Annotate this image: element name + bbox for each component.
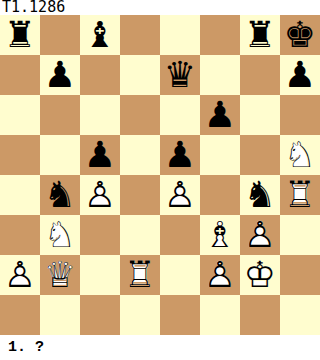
square-b8[interactable] — [40, 15, 80, 55]
piece-white-pawn[interactable]: ♙ — [160, 175, 200, 215]
square-d4[interactable] — [120, 175, 160, 215]
piece-white-knight[interactable]: ♘ — [280, 135, 320, 175]
square-f2[interactable]: ♟♙ — [200, 255, 240, 295]
square-c7[interactable] — [80, 55, 120, 95]
piece-black-queen[interactable]: ♛ — [160, 55, 200, 95]
square-h1[interactable] — [280, 295, 320, 335]
square-g3[interactable]: ♟♙ — [240, 215, 280, 255]
square-d2[interactable]: ♜♖ — [120, 255, 160, 295]
square-a2[interactable]: ♟♙ — [0, 255, 40, 295]
square-a7[interactable] — [0, 55, 40, 95]
square-f4[interactable] — [200, 175, 240, 215]
square-b1[interactable] — [40, 295, 80, 335]
square-f6[interactable]: ♟ — [200, 95, 240, 135]
square-a5[interactable] — [0, 135, 40, 175]
piece-black-knight[interactable]: ♞ — [40, 175, 80, 215]
piece-black-pawn[interactable]: ♟ — [80, 135, 120, 175]
square-e2[interactable] — [160, 255, 200, 295]
square-c3[interactable] — [80, 215, 120, 255]
square-e1[interactable] — [160, 295, 200, 335]
square-a6[interactable] — [0, 95, 40, 135]
move-prompt: 1. ? — [8, 338, 44, 358]
piece-black-rook[interactable]: ♜ — [0, 15, 40, 55]
piece-white-pawn[interactable]: ♙ — [80, 175, 120, 215]
square-e5[interactable]: ♟ — [160, 135, 200, 175]
puzzle-title: T1.1286 — [2, 0, 65, 15]
square-d5[interactable] — [120, 135, 160, 175]
square-h8[interactable]: ♚ — [280, 15, 320, 55]
square-a3[interactable] — [0, 215, 40, 255]
piece-white-rook[interactable]: ♖ — [280, 175, 320, 215]
piece-white-king[interactable]: ♔ — [240, 255, 280, 295]
square-c6[interactable] — [80, 95, 120, 135]
square-d6[interactable] — [120, 95, 160, 135]
square-d1[interactable] — [120, 295, 160, 335]
square-g2[interactable]: ♚♔ — [240, 255, 280, 295]
square-h3[interactable] — [280, 215, 320, 255]
piece-black-pawn[interactable]: ♟ — [280, 55, 320, 95]
square-c5[interactable]: ♟ — [80, 135, 120, 175]
square-e7[interactable]: ♛ — [160, 55, 200, 95]
square-g5[interactable] — [240, 135, 280, 175]
square-h5[interactable]: ♞♘ — [280, 135, 320, 175]
square-c4[interactable]: ♟♙ — [80, 175, 120, 215]
piece-white-pawn[interactable]: ♙ — [0, 255, 40, 295]
square-a1[interactable] — [0, 295, 40, 335]
piece-black-king[interactable]: ♚ — [280, 15, 320, 55]
square-e4[interactable]: ♟♙ — [160, 175, 200, 215]
square-b3[interactable]: ♞♘ — [40, 215, 80, 255]
square-g4[interactable]: ♞ — [240, 175, 280, 215]
chess-board: ♜♝♜♚♟♛♟♟♟♟♞♘♞♟♙♟♙♞♜♖♞♘♝♗♟♙♟♙♛♕♜♖♟♙♚♔ — [0, 15, 320, 335]
square-b6[interactable] — [40, 95, 80, 135]
square-c8[interactable]: ♝ — [80, 15, 120, 55]
piece-white-pawn[interactable]: ♙ — [200, 255, 240, 295]
square-c2[interactable] — [80, 255, 120, 295]
square-h4[interactable]: ♜♖ — [280, 175, 320, 215]
piece-white-knight[interactable]: ♘ — [40, 215, 80, 255]
piece-white-bishop[interactable]: ♗ — [200, 215, 240, 255]
square-b5[interactable] — [40, 135, 80, 175]
piece-white-pawn[interactable]: ♙ — [240, 215, 280, 255]
piece-white-queen[interactable]: ♕ — [40, 255, 80, 295]
square-e3[interactable] — [160, 215, 200, 255]
piece-black-rook[interactable]: ♜ — [240, 15, 280, 55]
piece-white-rook[interactable]: ♖ — [120, 255, 160, 295]
square-f5[interactable] — [200, 135, 240, 175]
piece-black-pawn[interactable]: ♟ — [200, 95, 240, 135]
square-b2[interactable]: ♛♕ — [40, 255, 80, 295]
square-f1[interactable] — [200, 295, 240, 335]
square-a8[interactable]: ♜ — [0, 15, 40, 55]
square-h6[interactable] — [280, 95, 320, 135]
square-e6[interactable] — [160, 95, 200, 135]
square-b4[interactable]: ♞ — [40, 175, 80, 215]
square-d7[interactable] — [120, 55, 160, 95]
square-g1[interactable] — [240, 295, 280, 335]
piece-black-pawn[interactable]: ♟ — [160, 135, 200, 175]
square-f8[interactable] — [200, 15, 240, 55]
square-f3[interactable]: ♝♗ — [200, 215, 240, 255]
square-d8[interactable] — [120, 15, 160, 55]
piece-black-pawn[interactable]: ♟ — [40, 55, 80, 95]
square-h7[interactable]: ♟ — [280, 55, 320, 95]
square-g6[interactable] — [240, 95, 280, 135]
piece-black-bishop[interactable]: ♝ — [80, 15, 120, 55]
square-b7[interactable]: ♟ — [40, 55, 80, 95]
square-a4[interactable] — [0, 175, 40, 215]
square-f7[interactable] — [200, 55, 240, 95]
square-c1[interactable] — [80, 295, 120, 335]
square-h2[interactable] — [280, 255, 320, 295]
square-g7[interactable] — [240, 55, 280, 95]
square-g8[interactable]: ♜ — [240, 15, 280, 55]
square-e8[interactable] — [160, 15, 200, 55]
piece-black-knight[interactable]: ♞ — [240, 175, 280, 215]
square-d3[interactable] — [120, 215, 160, 255]
